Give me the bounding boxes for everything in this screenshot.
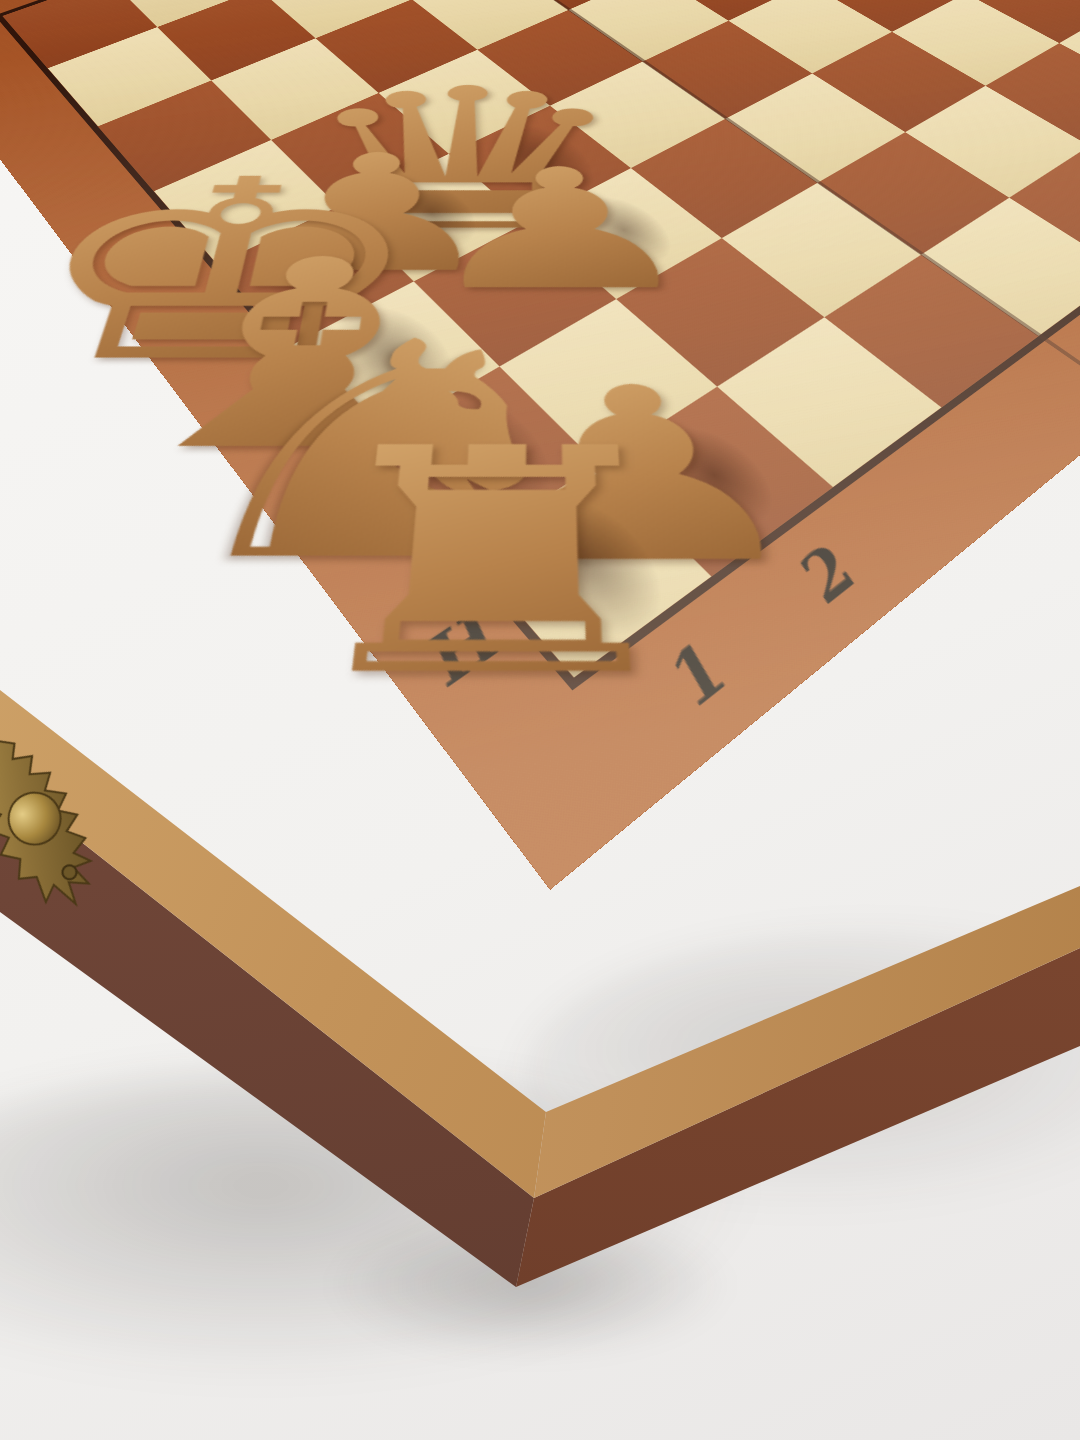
chess-board: F G H 1 2 ♛♟♟♚♝♞♟♜ bbox=[0, 0, 1080, 890]
photo-canvas: F G H 1 2 ♛♟♟♚♝♞♟♜ bbox=[0, 0, 1080, 1440]
white-rook-glyph: ♜ bbox=[260, 414, 719, 728]
board-scene: F G H 1 2 ♛♟♟♚♝♞♟♜ bbox=[0, 0, 1080, 1440]
